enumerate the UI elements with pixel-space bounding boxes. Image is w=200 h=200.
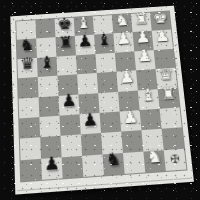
square-c5[interactable] bbox=[57, 74, 78, 95]
square-e4[interactable] bbox=[98, 91, 119, 112]
white-rook: ♜ bbox=[131, 9, 152, 29]
square-b1[interactable]: ♟ bbox=[41, 157, 63, 180]
square-b2[interactable] bbox=[40, 136, 61, 158]
square-d1[interactable] bbox=[82, 154, 104, 177]
square-a4[interactable] bbox=[19, 97, 40, 119]
square-h1[interactable]: ✠ bbox=[164, 148, 187, 171]
square-d4[interactable] bbox=[78, 93, 99, 114]
square-d2[interactable] bbox=[81, 133, 103, 155]
square-a2[interactable] bbox=[20, 137, 41, 159]
square-d5[interactable] bbox=[77, 73, 98, 94]
square-c8[interactable]: ♚ bbox=[55, 18, 75, 38]
square-h8[interactable]: ♚ bbox=[150, 11, 171, 31]
square-b6[interactable]: ♝ bbox=[37, 56, 58, 77]
square-g8[interactable]: ♜ bbox=[131, 13, 152, 33]
square-d8[interactable]: ♝ bbox=[74, 16, 94, 36]
square-h2[interactable] bbox=[162, 128, 184, 150]
square-f4[interactable] bbox=[118, 90, 140, 111]
vinyl-board-sheet: ♚♝♞♜♚♞♜♟♝♟♟♟♛♝♟♟♛♟♝♜♟♟♟♞♞✠ ∙·∙·∙·∙· bbox=[10, 6, 194, 195]
square-a6[interactable]: ♛ bbox=[17, 58, 37, 79]
square-c6[interactable] bbox=[56, 55, 77, 76]
square-c3[interactable] bbox=[59, 114, 80, 136]
square-f1[interactable] bbox=[123, 151, 145, 174]
square-g4[interactable]: ♝ bbox=[138, 89, 160, 110]
square-g1[interactable]: ♞ bbox=[143, 150, 165, 173]
square-c4[interactable]: ♟ bbox=[58, 94, 79, 115]
square-a5[interactable] bbox=[18, 77, 39, 98]
square-e5[interactable] bbox=[97, 72, 118, 93]
square-c2[interactable] bbox=[61, 135, 83, 157]
square-d6[interactable] bbox=[76, 54, 97, 75]
square-b3[interactable] bbox=[39, 116, 60, 138]
square-e1[interactable]: ♞ bbox=[103, 153, 125, 176]
square-g7[interactable]: ♟ bbox=[133, 31, 154, 51]
chess-board: ♚♝♞♜♚♞♜♟♝♟♟♟♛♝♟♟♛♟♝♜♟♟♟♞♞✠ bbox=[16, 11, 186, 181]
square-e3[interactable] bbox=[100, 111, 122, 133]
square-f8[interactable]: ♞ bbox=[112, 14, 133, 34]
square-f5[interactable]: ♟ bbox=[116, 70, 137, 91]
photo-stage: ♚♝♞♜♚♞♜♟♝♟♟♟♛♝♟♟♛♟♝♜♟♟♟♞♞✠ ∙·∙·∙·∙· bbox=[0, 0, 200, 200]
square-h5[interactable]: ♛ bbox=[156, 68, 178, 89]
square-b7[interactable] bbox=[36, 38, 56, 58]
square-g5[interactable] bbox=[136, 69, 158, 90]
square-a1[interactable] bbox=[21, 158, 42, 181]
square-h7[interactable]: ♟ bbox=[152, 30, 173, 50]
black-king: ♚ bbox=[54, 14, 74, 34]
square-b5[interactable] bbox=[38, 76, 59, 97]
white-bishop: ♝ bbox=[73, 13, 93, 33]
square-f2[interactable] bbox=[121, 130, 143, 152]
square-f6[interactable] bbox=[115, 51, 136, 72]
board-edge-brand-text: ∙·∙·∙·∙· bbox=[174, 57, 181, 79]
square-d3[interactable]: ♟ bbox=[80, 113, 101, 135]
white-knight: ♞ bbox=[112, 10, 133, 30]
square-g3[interactable] bbox=[140, 109, 162, 131]
square-e7[interactable]: ♝ bbox=[94, 34, 115, 54]
square-e6[interactable] bbox=[95, 53, 116, 74]
square-e8[interactable] bbox=[93, 15, 114, 35]
square-g2[interactable] bbox=[141, 129, 163, 151]
square-e2[interactable] bbox=[101, 132, 123, 154]
square-a8[interactable] bbox=[16, 20, 36, 40]
square-b4[interactable] bbox=[39, 95, 60, 116]
square-f3[interactable]: ♟ bbox=[120, 110, 142, 132]
square-g6[interactable]: ♟ bbox=[134, 50, 155, 71]
square-c7[interactable]: ♜ bbox=[55, 36, 75, 56]
square-f7[interactable]: ♟ bbox=[113, 32, 134, 52]
white-king: ♚ bbox=[150, 8, 171, 28]
square-h6[interactable] bbox=[154, 49, 175, 69]
square-b8[interactable] bbox=[35, 19, 55, 39]
square-h3[interactable] bbox=[160, 107, 182, 129]
square-c1[interactable] bbox=[62, 156, 84, 179]
square-a3[interactable] bbox=[19, 117, 40, 139]
square-a7[interactable]: ♞ bbox=[17, 39, 37, 59]
square-d7[interactable]: ♟ bbox=[75, 35, 96, 55]
brand-logo-icon: ✠ bbox=[164, 148, 187, 171]
square-h4[interactable]: ♜ bbox=[158, 87, 180, 108]
